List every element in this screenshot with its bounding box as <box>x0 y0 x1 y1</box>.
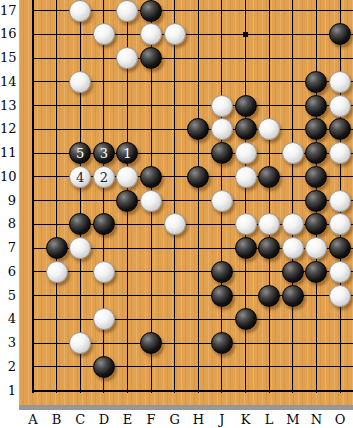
stone-white-O9[interactable] <box>329 190 351 212</box>
grid-line-row-4 <box>32 319 353 320</box>
column-label-N: N <box>307 412 325 428</box>
row-label-2: 2 <box>0 359 16 375</box>
stone-black-K4[interactable] <box>235 308 257 330</box>
stone-white-J13[interactable] <box>211 95 233 117</box>
stone-white-C10[interactable]: 4 <box>69 166 91 188</box>
stone-white-M7[interactable] <box>282 237 304 259</box>
grid-line-col-M <box>292 0 293 393</box>
go-board-diagram: 53142 1716151413121110987654321 ABCDEFGH… <box>0 0 353 428</box>
column-label-J: J <box>213 412 231 428</box>
stone-black-C11[interactable]: 5 <box>69 142 91 164</box>
grid-line-col-G <box>174 0 175 393</box>
row-label-15: 15 <box>0 50 16 66</box>
row-label-6: 6 <box>0 264 16 280</box>
stone-white-K10[interactable] <box>235 166 257 188</box>
column-label-L: L <box>260 412 278 428</box>
stone-black-E11[interactable]: 1 <box>116 142 138 164</box>
grid-line-col-D <box>103 0 104 393</box>
column-label-F: F <box>142 412 160 428</box>
grid-line-col-A <box>32 0 34 393</box>
row-label-11: 11 <box>0 145 16 161</box>
move-number-4: 4 <box>70 167 90 188</box>
move-number-3: 3 <box>94 143 114 164</box>
column-label-C: C <box>71 412 89 428</box>
grid-line-row-5 <box>32 295 353 296</box>
board-edge-shadow <box>19 405 353 410</box>
stone-black-K12[interactable] <box>235 118 257 140</box>
column-label-M: M <box>284 412 302 428</box>
stone-white-C17[interactable] <box>69 0 91 22</box>
stone-black-J5[interactable] <box>211 285 233 307</box>
stone-black-E9[interactable] <box>116 190 138 212</box>
row-label-17: 17 <box>0 3 16 19</box>
move-number-5: 5 <box>70 143 90 164</box>
row-label-3: 3 <box>0 335 16 351</box>
stone-white-D10[interactable]: 2 <box>93 166 115 188</box>
row-label-14: 14 <box>0 74 16 90</box>
grid-line-col-K <box>245 0 246 393</box>
row-label-9: 9 <box>0 193 16 209</box>
column-label-O: O <box>331 412 349 428</box>
row-label-8: 8 <box>0 216 16 232</box>
row-label-7: 7 <box>0 240 16 256</box>
column-label-E: E <box>118 412 136 428</box>
column-label-B: B <box>48 412 66 428</box>
column-label-K: K <box>237 412 255 428</box>
stone-white-B6[interactable] <box>46 261 68 283</box>
row-label-12: 12 <box>0 121 16 137</box>
stone-black-M6[interactable] <box>282 261 304 283</box>
stone-white-O14[interactable] <box>329 71 351 93</box>
column-label-H: H <box>189 412 207 428</box>
stone-black-D11[interactable]: 3 <box>93 142 115 164</box>
star-point-K16 <box>243 32 248 37</box>
stone-black-N13[interactable] <box>305 95 327 117</box>
grid-line-col-L <box>269 0 270 393</box>
stone-black-F10[interactable] <box>140 166 162 188</box>
column-label-G: G <box>166 412 184 428</box>
grid-line-row-1 <box>32 390 353 392</box>
grid-line-row-16 <box>32 34 353 35</box>
stone-black-B7[interactable] <box>46 237 68 259</box>
move-number-1: 1 <box>117 143 137 164</box>
row-label-16: 16 <box>0 26 16 42</box>
grid-line-row-15 <box>32 58 353 59</box>
stone-black-F17[interactable] <box>140 0 162 22</box>
stone-white-G16[interactable] <box>164 23 186 45</box>
column-label-A: A <box>24 412 42 428</box>
stone-black-K13[interactable] <box>235 95 257 117</box>
row-label-5: 5 <box>0 288 16 304</box>
column-label-D: D <box>95 412 113 428</box>
stone-white-D6[interactable] <box>93 261 115 283</box>
grid-line-col-H <box>198 0 199 393</box>
stone-white-O5[interactable] <box>329 285 351 307</box>
stone-white-K11[interactable] <box>235 142 257 164</box>
stone-black-J11[interactable] <box>211 142 233 164</box>
stone-white-O13[interactable] <box>329 95 351 117</box>
row-label-1: 1 <box>0 383 16 399</box>
row-label-4: 4 <box>0 311 16 327</box>
stone-black-N9[interactable] <box>305 190 327 212</box>
stone-black-J3[interactable] <box>211 332 233 354</box>
stone-white-F9[interactable] <box>140 190 162 212</box>
stone-black-L10[interactable] <box>258 166 280 188</box>
stone-white-M11[interactable] <box>282 142 304 164</box>
stone-black-J6[interactable] <box>211 261 233 283</box>
move-number-2: 2 <box>94 167 114 188</box>
stone-white-G8[interactable] <box>164 213 186 235</box>
row-label-13: 13 <box>0 98 16 114</box>
stone-black-D2[interactable] <box>93 356 115 378</box>
stone-black-K7[interactable] <box>235 237 257 259</box>
grid-line-col-B <box>56 0 57 393</box>
stone-white-O6[interactable] <box>329 261 351 283</box>
row-label-10: 10 <box>0 169 16 185</box>
stone-white-C14[interactable] <box>69 71 91 93</box>
stone-white-K8[interactable] <box>235 213 257 235</box>
stone-black-M5[interactable] <box>282 285 304 307</box>
stone-black-L5[interactable] <box>258 285 280 307</box>
stone-white-J9[interactable] <box>211 190 233 212</box>
grid-line-row-2 <box>32 366 353 367</box>
